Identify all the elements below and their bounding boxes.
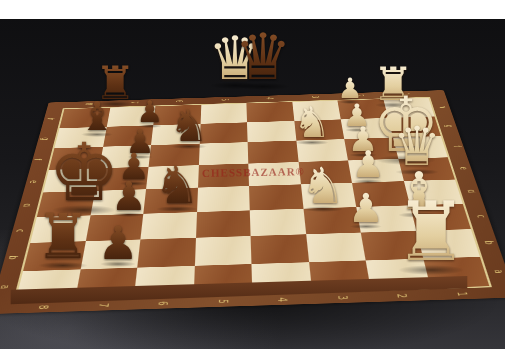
coordinate-label-g: g [444,124,455,127]
square-f4 [248,141,299,164]
square-b7 [80,239,140,269]
square-b6 [137,238,195,268]
coordinate-label-7: 7 [96,303,109,308]
square-b8 [23,241,85,271]
coordinate-label-6: 6 [174,100,183,103]
coordinate-label-f: f [452,145,463,147]
square-b2 [361,231,423,260]
coordinate-label-a: a [492,269,505,273]
square-h7 [106,106,155,126]
coordinate-label-d: d [21,203,33,207]
coordinate-label-4: 4 [265,97,274,100]
coordinate-label-f: f [33,159,44,161]
coordinate-label-g: g [40,137,51,140]
coordinate-label-h: h [437,105,448,108]
square-f1 [393,136,448,159]
coordinate-label-3: 3 [335,295,348,300]
coordinate-label-a: a [0,284,12,288]
coordinate-label-2: 2 [395,294,409,299]
square-h1 [383,98,435,118]
coordinate-label-8: 8 [36,305,50,310]
square-c7 [85,214,143,242]
square-f6 [149,144,200,167]
coordinate-label-7: 7 [129,101,138,104]
piece-black-queen-off-black-queen: ♛ [231,25,295,89]
square-g2 [341,118,393,139]
coordinate-label-e: e [458,166,470,169]
queen-glyph: ♛ [205,28,265,88]
square-g7 [103,125,154,147]
square-d7 [90,189,146,215]
square-h6 [153,105,201,125]
square-g3 [294,119,344,140]
square-d2 [352,181,409,207]
piece-shadow [211,82,259,89]
square-d5 [197,186,250,212]
coordinate-label-5: 5 [220,99,229,102]
square-e8 [43,168,99,192]
coordinate-label-6: 6 [156,301,169,306]
square-h4 [246,102,293,122]
square-f3 [296,139,348,162]
square-c2 [356,205,416,232]
piece-shadow [237,83,288,91]
coordinate-label-1: 1 [400,93,409,95]
square-d1 [403,180,462,206]
square-g1 [388,116,441,137]
square-c4 [250,208,306,236]
square-e6 [146,165,198,189]
coordinate-label-5: 5 [216,299,229,304]
square-f8 [49,147,103,170]
square-f7 [99,145,151,168]
square-b4 [251,234,309,263]
square-h3 [292,100,341,120]
square-d3 [300,183,356,209]
product-photo-scene: 8765432187654321hhggffeeddccbbaa CHESSBA… [0,0,505,349]
square-c8 [30,215,90,243]
coordinate-label-h: h [45,118,56,121]
square-g8 [54,127,106,149]
coordinate-label-3: 3 [310,96,319,98]
square-d6 [143,188,197,214]
square-g6 [151,124,200,146]
square-d8 [37,191,95,217]
square-h8 [60,108,110,128]
square-f5 [198,142,248,165]
coordinate-label-c: c [474,214,487,217]
square-f2 [344,138,398,161]
coordinate-label-b: b [482,241,495,245]
square-c1 [409,203,470,230]
square-e7 [95,167,149,191]
queen-glyph: ♛ [231,25,295,89]
coordinate-label-d: d [465,189,477,193]
square-e2 [348,159,403,183]
board-playing-field [15,98,489,301]
coordinate-label-8: 8 [84,103,93,106]
square-h5 [200,103,247,123]
square-g5 [199,122,247,143]
square-c6 [140,212,196,240]
piece-white-queen-off-white-queen: ♛ [205,28,265,88]
coordinate-label-1: 1 [454,292,468,297]
coordinate-label-c: c [14,229,26,232]
square-b5 [194,236,251,266]
square-g4 [247,121,296,142]
coordinate-label-4: 4 [276,297,289,302]
square-e1 [398,157,455,181]
square-b3 [306,233,366,262]
brand-watermark: CHESSBAZAAR® [202,165,305,179]
square-e3 [298,160,352,184]
top-white-band [0,0,505,19]
square-h2 [337,99,387,119]
coordinate-label-2: 2 [355,94,364,96]
square-b1 [416,229,480,258]
square-c5 [195,210,250,238]
square-d4 [249,184,303,210]
square-c3 [303,207,361,234]
coordinate-label-b: b [6,255,19,259]
coordinate-label-e: e [28,180,40,183]
